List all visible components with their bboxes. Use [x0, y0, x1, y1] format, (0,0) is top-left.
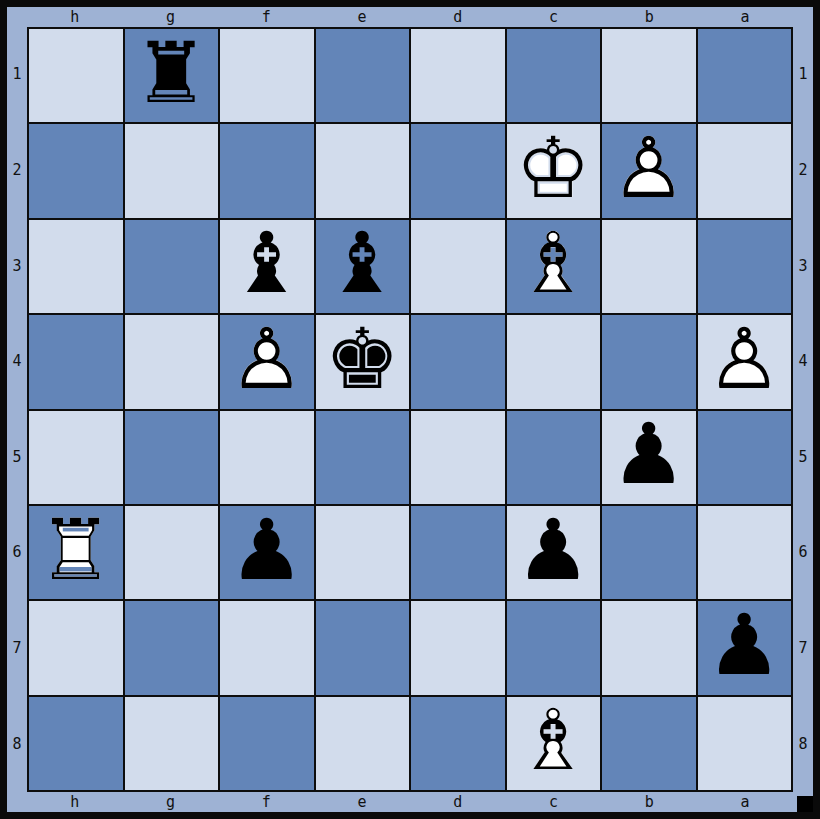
square-h7[interactable] [29, 601, 123, 694]
square-e5[interactable] [316, 411, 410, 504]
square-f8[interactable] [220, 697, 314, 790]
square-e4[interactable]: ♚ [316, 315, 410, 408]
file-labels-bottom: h g f e d c b a [27, 792, 793, 812]
square-a1[interactable] [698, 29, 792, 122]
square-e6[interactable] [316, 506, 410, 599]
white-pawn: ♟♙ [220, 315, 314, 408]
square-g2[interactable] [125, 124, 219, 217]
chess-board: ♜♚♔♟♙♝♝♝♗♟♙♚♟♙♟♜♖♟♟♟♝♗ [27, 27, 793, 792]
file-label: f [219, 7, 315, 27]
square-d7[interactable] [411, 601, 505, 694]
white-bishop: ♝♗ [507, 697, 601, 790]
square-g1[interactable]: ♜ [125, 29, 219, 122]
square-c3[interactable]: ♝♗ [507, 220, 601, 313]
rank-label: 8 [793, 696, 813, 792]
black-pawn: ♟ [698, 601, 792, 694]
square-e7[interactable] [316, 601, 410, 694]
file-label: g [123, 792, 219, 812]
square-d5[interactable] [411, 411, 505, 504]
rank-label: 1 [793, 27, 813, 123]
white-king: ♚♔ [507, 124, 601, 217]
square-h4[interactable] [29, 315, 123, 408]
square-a4[interactable]: ♟♙ [698, 315, 792, 408]
square-h8[interactable] [29, 697, 123, 790]
square-e8[interactable] [316, 697, 410, 790]
rank-label: 8 [7, 696, 27, 792]
square-b4[interactable] [602, 315, 696, 408]
file-label: b [602, 7, 698, 27]
square-c2[interactable]: ♚♔ [507, 124, 601, 217]
rank-labels-right: 1 2 3 4 5 6 7 8 [793, 27, 813, 792]
file-label: c [506, 792, 602, 812]
square-h2[interactable] [29, 124, 123, 217]
file-label: h [27, 7, 123, 27]
black-bishop: ♝ [316, 220, 410, 313]
square-a3[interactable] [698, 220, 792, 313]
rank-label: 4 [7, 314, 27, 410]
square-a7[interactable]: ♟ [698, 601, 792, 694]
square-b5[interactable]: ♟ [602, 411, 696, 504]
black-pawn: ♟ [220, 506, 314, 599]
square-b8[interactable] [602, 697, 696, 790]
file-label: a [697, 792, 793, 812]
white-bishop: ♝♗ [507, 220, 601, 313]
square-a8[interactable] [698, 697, 792, 790]
square-e3[interactable]: ♝ [316, 220, 410, 313]
square-a6[interactable] [698, 506, 792, 599]
rank-label: 5 [793, 410, 813, 506]
file-label: c [506, 7, 602, 27]
rank-labels-left: 1 2 3 4 5 6 7 8 [7, 27, 27, 792]
file-label: b [602, 792, 698, 812]
square-d1[interactable] [411, 29, 505, 122]
rank-label: 5 [7, 410, 27, 506]
square-a5[interactable] [698, 411, 792, 504]
file-label: a [697, 7, 793, 27]
square-b2[interactable]: ♟♙ [602, 124, 696, 217]
rank-label: 2 [7, 123, 27, 219]
rank-label: 3 [793, 218, 813, 314]
white-pawn: ♟♙ [698, 315, 792, 408]
square-g4[interactable] [125, 315, 219, 408]
square-f3[interactable]: ♝ [220, 220, 314, 313]
square-e1[interactable] [316, 29, 410, 122]
square-b1[interactable] [602, 29, 696, 122]
square-g5[interactable] [125, 411, 219, 504]
black-rook: ♜ [125, 29, 219, 122]
square-e2[interactable] [316, 124, 410, 217]
square-b7[interactable] [602, 601, 696, 694]
square-h1[interactable] [29, 29, 123, 122]
black-bishop: ♝ [220, 220, 314, 313]
square-c5[interactable] [507, 411, 601, 504]
square-h6[interactable]: ♜♖ [29, 506, 123, 599]
square-g6[interactable] [125, 506, 219, 599]
rank-label: 7 [793, 601, 813, 697]
square-f2[interactable] [220, 124, 314, 217]
rank-label: 7 [7, 601, 27, 697]
square-f1[interactable] [220, 29, 314, 122]
board-frame: h g f e d c b a h g f e d c b a 1 2 3 4 … [7, 7, 813, 812]
square-h5[interactable] [29, 411, 123, 504]
rank-label: 2 [793, 123, 813, 219]
square-c4[interactable] [507, 315, 601, 408]
file-label: d [410, 7, 506, 27]
square-g3[interactable] [125, 220, 219, 313]
square-d6[interactable] [411, 506, 505, 599]
square-d8[interactable] [411, 697, 505, 790]
rank-label: 6 [793, 505, 813, 601]
black-pawn: ♟ [602, 411, 696, 504]
white-pawn: ♟♙ [602, 124, 696, 217]
black-king: ♚ [316, 315, 410, 408]
square-a2[interactable] [698, 124, 792, 217]
white-rook: ♜♖ [29, 506, 123, 599]
file-label: f [219, 792, 315, 812]
rank-label: 4 [793, 314, 813, 410]
square-h3[interactable] [29, 220, 123, 313]
square-d3[interactable] [411, 220, 505, 313]
black-pawn: ♟ [507, 506, 601, 599]
rank-label: 3 [7, 218, 27, 314]
square-c1[interactable] [507, 29, 601, 122]
chess-board-app: h g f e d c b a h g f e d c b a 1 2 3 4 … [0, 0, 820, 819]
square-c8[interactable]: ♝♗ [507, 697, 601, 790]
file-label: d [410, 792, 506, 812]
file-label: h [27, 792, 123, 812]
square-f7[interactable] [220, 601, 314, 694]
square-f4[interactable]: ♟♙ [220, 315, 314, 408]
square-b3[interactable] [602, 220, 696, 313]
square-f6[interactable]: ♟ [220, 506, 314, 599]
square-g8[interactable] [125, 697, 219, 790]
file-label: e [314, 792, 410, 812]
square-c7[interactable] [507, 601, 601, 694]
square-g7[interactable] [125, 601, 219, 694]
square-b6[interactable] [602, 506, 696, 599]
rank-label: 6 [7, 505, 27, 601]
rank-label: 1 [7, 27, 27, 123]
square-f5[interactable] [220, 411, 314, 504]
square-c6[interactable]: ♟ [507, 506, 601, 599]
square-d2[interactable] [411, 124, 505, 217]
square-d4[interactable] [411, 315, 505, 408]
file-label: e [314, 7, 410, 27]
black-to-move-indicator [797, 796, 813, 812]
